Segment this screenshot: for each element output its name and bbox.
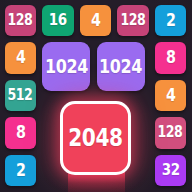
glow-beam	[68, 172, 125, 192]
tile-value: 1024	[99, 57, 142, 76]
tile-32[interactable]: 32	[155, 155, 187, 187]
tile-512[interactable]: 512	[5, 80, 37, 112]
game-board[interactable]: 12816412824851248128232102410242048	[0, 0, 192, 192]
tile-128[interactable]: 128	[117, 5, 149, 37]
tile-value: 32	[161, 162, 179, 178]
tile-4[interactable]: 4	[5, 42, 37, 74]
tile-value: 8	[165, 49, 175, 66]
tile-16[interactable]: 16	[42, 5, 74, 37]
tile-4[interactable]: 4	[155, 80, 187, 112]
tile-2048[interactable]: 2048	[60, 101, 131, 175]
tile-value: 1024	[45, 57, 88, 76]
tile-128[interactable]: 128	[155, 117, 187, 149]
tile-value: 2	[165, 12, 175, 29]
tile-value: 512	[8, 88, 33, 103]
tile-value: 8	[15, 124, 25, 141]
tile-value: 4	[15, 49, 25, 66]
tile-1024[interactable]: 1024	[42, 42, 90, 91]
tile-value: 4	[165, 87, 175, 104]
tile-128[interactable]: 128	[5, 5, 37, 37]
tile-1024[interactable]: 1024	[97, 42, 145, 91]
tile-value: 128	[158, 125, 183, 140]
tile-value: 16	[49, 12, 67, 28]
tile-value: 2048	[68, 126, 122, 150]
tile-value: 128	[120, 13, 145, 28]
tile-4[interactable]: 4	[80, 5, 112, 37]
tile-value: 4	[90, 12, 100, 29]
tile-8[interactable]: 8	[5, 117, 37, 149]
tile-8[interactable]: 8	[155, 42, 187, 74]
tile-value: 2	[15, 162, 25, 179]
tile-value: 128	[8, 13, 33, 28]
tile-2[interactable]: 2	[155, 5, 187, 37]
tile-2[interactable]: 2	[5, 155, 37, 187]
